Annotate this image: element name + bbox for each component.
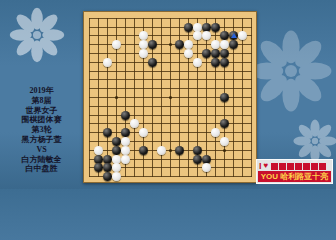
star-point [169,43,172,46]
stone-white[interactable] [121,146,130,155]
stone-white[interactable] [112,172,121,181]
stone-white[interactable] [238,31,247,40]
star-point [115,96,118,99]
stone-white[interactable] [193,31,202,40]
stone-white[interactable] [202,31,211,40]
stone-black[interactable] [175,146,184,155]
grid-line-horizontal [89,27,252,28]
star-point [169,149,172,152]
vs-label: VS [0,145,83,155]
stone-black[interactable] [220,31,229,40]
stone-black[interactable] [103,172,112,181]
logo-chip-icon [319,163,326,170]
stone-white[interactable] [139,49,148,58]
stone-white[interactable] [139,40,148,49]
stone-white[interactable] [220,40,229,49]
event-line: 白中盘胜 [0,164,83,174]
stone-black[interactable] [103,155,112,164]
stone-white[interactable] [121,155,130,164]
heart-icon: ♥ [264,161,269,171]
stone-black[interactable] [148,40,157,49]
stone-white[interactable] [211,40,220,49]
logo-chip-icon [287,163,294,170]
stone-black[interactable] [220,58,229,67]
stone-black[interactable] [112,137,121,146]
stone-black[interactable] [193,155,202,164]
stone-black[interactable] [94,163,103,172]
grid-line-horizontal [89,79,252,80]
flower-ornament-small-icon [292,118,336,164]
stone-white[interactable] [184,49,193,58]
stone-black[interactable] [202,49,211,58]
logo-chip-icon [311,163,318,170]
event-line: 第8届 [0,96,83,106]
stone-black[interactable] [202,23,211,32]
grid-line-horizontal [89,106,252,107]
stone-black[interactable] [112,146,121,155]
star-point [223,149,226,152]
grid-line-horizontal [89,18,252,19]
logo-chip-icon [303,163,310,170]
logo-top-row: I ♥ [258,161,331,171]
event-line: 第3轮 [0,125,83,135]
stone-black[interactable] [220,49,229,58]
grid-line-horizontal [89,71,252,72]
stone-black[interactable] [229,31,238,40]
stone-black[interactable] [139,146,148,155]
stone-black[interactable] [229,40,238,49]
event-line: 2019年 [0,86,83,96]
stone-white[interactable] [184,40,193,49]
stone-white[interactable] [202,163,211,172]
stone-white[interactable] [130,119,139,128]
stone-white[interactable] [103,58,112,67]
stone-white[interactable] [112,163,121,172]
stone-white[interactable] [94,146,103,155]
stone-white[interactable] [220,137,229,146]
stone-black[interactable] [211,58,220,67]
lotus-ornament-icon [248,28,334,114]
stone-white[interactable] [139,128,148,137]
stone-white[interactable] [211,128,220,137]
logo-chips [271,163,326,170]
logo-chip-icon [279,163,286,170]
watermark-logo: I ♥ YOU 哈利路亚十亮 [256,159,333,184]
stone-white[interactable] [121,137,130,146]
stone-black[interactable] [202,155,211,164]
stone-black[interactable] [148,58,157,67]
event-info: 2019年第8届世界女子围棋团体赛第3轮黑方杨子萱VS白方陆敏全白中盘胜 [0,86,83,174]
stone-black[interactable] [220,119,229,128]
stone-black[interactable] [211,49,220,58]
logo-text: YOU 哈利路亚十亮 [258,171,331,182]
stone-white[interactable] [112,155,121,164]
stone-black[interactable] [175,40,184,49]
stone-black[interactable] [193,146,202,155]
event-line: 世界女子 [0,106,83,116]
logo-letter-i: I [258,161,263,171]
stone-black[interactable] [103,128,112,137]
stone-black[interactable] [94,155,103,164]
event-line: 白方陆敏全 [0,155,83,165]
grid-line-horizontal [89,132,252,133]
event-line: 围棋团体赛 [0,115,83,125]
grid-line-horizontal [89,115,252,116]
stone-white[interactable] [157,146,166,155]
stone-white[interactable] [193,23,202,32]
go-board[interactable] [83,11,257,183]
triangle-mark-icon [231,33,237,38]
stone-white[interactable] [139,31,148,40]
stone-black[interactable] [121,111,130,120]
stone-black[interactable] [184,23,193,32]
stone-black[interactable] [121,128,130,137]
grid-line-horizontal [89,88,252,89]
stone-black[interactable] [103,163,112,172]
star-point [169,96,172,99]
stone-white[interactable] [193,58,202,67]
flower-ornament-icon [8,6,66,64]
event-line: 黑方杨子萱 [0,135,83,145]
stone-white[interactable] [112,40,121,49]
logo-chip-icon [295,163,302,170]
logo-chip-icon [271,163,278,170]
stone-black[interactable] [220,93,229,102]
stone-black[interactable] [211,23,220,32]
